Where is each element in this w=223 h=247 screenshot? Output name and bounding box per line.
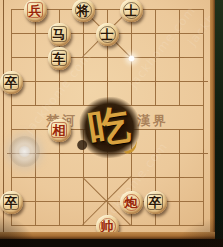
piece-character: 车	[53, 52, 66, 65]
board-edge-bottom	[0, 232, 215, 239]
position-marker	[175, 53, 184, 62]
position-marker	[199, 149, 208, 158]
position-marker	[175, 173, 184, 182]
piece-character: 兵	[29, 4, 42, 17]
piece-black-chariot[interactable]: 车	[48, 47, 71, 70]
piece-character: 卒	[149, 196, 162, 209]
floating-overlay-button[interactable]	[9, 136, 40, 167]
position-marker	[31, 53, 40, 62]
piece-character: 士	[101, 28, 114, 41]
piece-black-advisor[interactable]: 士	[96, 23, 119, 46]
background-bottom	[0, 239, 223, 247]
piece-black-soldier[interactable]: 卒	[0, 71, 23, 94]
piece-black-horse[interactable]: 马	[48, 23, 71, 46]
grid-line	[203, 9, 204, 225]
piece-black-general[interactable]: 将	[72, 0, 95, 22]
piece-character: 将	[77, 4, 90, 17]
piece-black-soldier[interactable]: 卒	[0, 191, 23, 214]
river-label-right: 漢界	[137, 112, 169, 129]
piece-red-soldier[interactable]: 兵	[24, 0, 47, 22]
piece-character: 相	[53, 124, 66, 137]
move-indicator-dot	[128, 55, 135, 62]
game-screen: 楚河 漢界 兵将士马士车卒相卒炮卒帅 吃 jackhome.com jackho…	[0, 0, 223, 247]
position-marker	[31, 173, 40, 182]
piece-character: 马	[53, 28, 66, 41]
position-marker	[151, 77, 160, 86]
piece-character: 卒	[5, 76, 18, 89]
position-marker	[55, 149, 64, 158]
grid-line	[59, 129, 60, 225]
capture-effect-badge: 吃	[78, 95, 141, 160]
position-marker	[103, 77, 112, 86]
background-right	[215, 0, 223, 247]
position-marker	[199, 77, 208, 86]
piece-black-advisor[interactable]: 士	[120, 0, 143, 22]
piece-character: 士	[125, 4, 138, 17]
piece-red-elephant[interactable]: 相	[48, 119, 71, 142]
piece-black-soldier[interactable]: 卒	[144, 191, 167, 214]
piece-character: 卒	[5, 196, 18, 209]
